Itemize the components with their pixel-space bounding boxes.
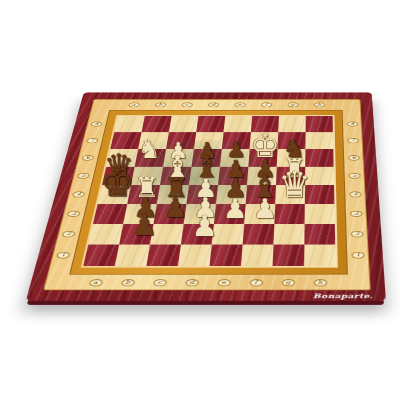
file-label-bottom-a: a xyxy=(88,279,103,286)
square-h3 xyxy=(305,204,335,224)
square-a4 xyxy=(98,185,131,204)
file-label-bottom-h: h xyxy=(313,279,326,286)
square-d4 xyxy=(186,185,218,204)
square-d1 xyxy=(178,245,212,267)
board-3d-wrapper: aa88bb77cc66dd55ee44ff33gg22hh11 Bonapar… xyxy=(26,92,386,300)
rank-label-right-8: 8 xyxy=(347,122,358,127)
rank-label-right-7: 7 xyxy=(347,138,359,143)
square-d2 xyxy=(181,224,214,245)
square-h8 xyxy=(306,116,333,132)
square-g4 xyxy=(275,185,305,204)
square-g7 xyxy=(278,132,306,149)
rank-label-right-4: 4 xyxy=(349,191,361,197)
square-c6 xyxy=(163,149,194,167)
square-c3 xyxy=(153,204,186,224)
file-label-top-h: h xyxy=(314,102,325,107)
square-a8 xyxy=(114,116,145,132)
rank-label-right-1: 1 xyxy=(351,252,364,259)
file-label-top-b: b xyxy=(154,102,166,107)
chess-board-photo: aa88bb77cc66dd55ee44ff33gg22hh11 Bonapar… xyxy=(41,25,395,345)
square-f3 xyxy=(244,204,275,224)
square-g5 xyxy=(276,167,305,185)
square-b2 xyxy=(119,224,153,245)
square-g6 xyxy=(277,149,306,167)
rank-label-right-2: 2 xyxy=(351,231,364,237)
square-a2 xyxy=(88,224,123,245)
square-f7 xyxy=(250,132,279,149)
square-f1 xyxy=(241,245,273,267)
file-label-top-e: e xyxy=(234,102,245,107)
square-a3 xyxy=(93,204,127,224)
square-e2 xyxy=(212,224,244,245)
file-label-top-d: d xyxy=(207,102,219,107)
file-label-bottom-f: f xyxy=(249,279,263,286)
square-d6 xyxy=(191,149,221,167)
square-b4 xyxy=(127,185,160,204)
square-f6 xyxy=(248,149,277,167)
rank-label-right-6: 6 xyxy=(348,155,360,160)
square-e6 xyxy=(220,149,250,167)
rank-label-right-5: 5 xyxy=(349,173,361,179)
square-c1 xyxy=(146,245,180,267)
square-b8 xyxy=(142,116,172,132)
playing-area xyxy=(83,116,335,266)
brand-logo: Bonaparte. xyxy=(313,292,373,300)
square-b5 xyxy=(131,167,163,185)
square-a7 xyxy=(110,132,141,149)
square-b7 xyxy=(138,132,169,149)
square-f8 xyxy=(251,116,279,132)
square-a1 xyxy=(83,245,119,267)
square-c7 xyxy=(166,132,196,149)
square-e8 xyxy=(224,116,253,132)
square-b1 xyxy=(115,245,150,267)
square-c4 xyxy=(157,185,189,204)
square-c8 xyxy=(169,116,199,132)
file-label-bottom-c: c xyxy=(152,279,166,286)
rank-label-right-3: 3 xyxy=(350,211,363,217)
square-e4 xyxy=(216,185,247,204)
square-d5 xyxy=(189,167,220,185)
square-g3 xyxy=(274,204,304,224)
file-label-bottom-b: b xyxy=(120,279,135,286)
square-d3 xyxy=(184,204,216,224)
square-g1 xyxy=(273,245,305,267)
file-label-top-c: c xyxy=(181,102,193,107)
file-label-top-f: f xyxy=(261,102,272,107)
square-b6 xyxy=(135,149,166,167)
square-g2 xyxy=(273,224,304,245)
square-c2 xyxy=(150,224,184,245)
square-f4 xyxy=(246,185,276,204)
square-e3 xyxy=(214,204,246,224)
square-h1 xyxy=(304,245,336,267)
square-b3 xyxy=(123,204,157,224)
file-label-bottom-g: g xyxy=(281,279,294,286)
file-label-top-g: g xyxy=(287,102,298,107)
square-e1 xyxy=(209,245,242,267)
square-f2 xyxy=(243,224,275,245)
file-label-bottom-e: e xyxy=(217,279,231,286)
square-d7 xyxy=(194,132,224,149)
square-f5 xyxy=(247,167,277,185)
square-a6 xyxy=(106,149,138,167)
square-h2 xyxy=(304,224,335,245)
file-label-top-a: a xyxy=(128,102,140,107)
square-c5 xyxy=(160,167,191,185)
file-label-bottom-d: d xyxy=(185,279,199,286)
square-h6 xyxy=(305,149,333,167)
square-e5 xyxy=(218,167,248,185)
square-h5 xyxy=(305,167,334,185)
square-h7 xyxy=(305,132,333,149)
square-a5 xyxy=(102,167,135,185)
square-g8 xyxy=(278,116,306,132)
square-e7 xyxy=(222,132,251,149)
square-h4 xyxy=(305,185,335,204)
square-d8 xyxy=(196,116,225,132)
